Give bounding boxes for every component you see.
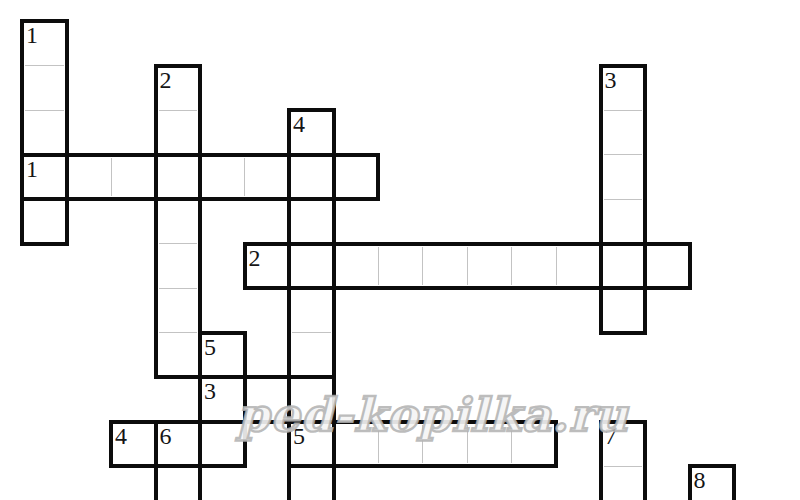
crossword-board: 1122334455678 ped-kopilka.ru: [0, 0, 800, 500]
clue-number-6-down: 6: [160, 424, 172, 449]
clue-number-8-down: 8: [694, 468, 706, 493]
clue-number-4-down: 4: [293, 112, 305, 137]
clue-number-3-down: 3: [605, 68, 617, 93]
clue-number-1-across: 1: [26, 157, 38, 182]
clue-number-4-across: 4: [115, 424, 127, 449]
clue-number-2-across: 2: [249, 246, 261, 271]
watermark: ped-kopilka.ru: [237, 388, 629, 442]
clue-number-1-down: 1: [26, 23, 38, 48]
clue-number-3-across: 3: [204, 379, 216, 404]
clue-number-5-down: 5: [204, 335, 216, 360]
clue-number-2-down: 2: [160, 68, 172, 93]
